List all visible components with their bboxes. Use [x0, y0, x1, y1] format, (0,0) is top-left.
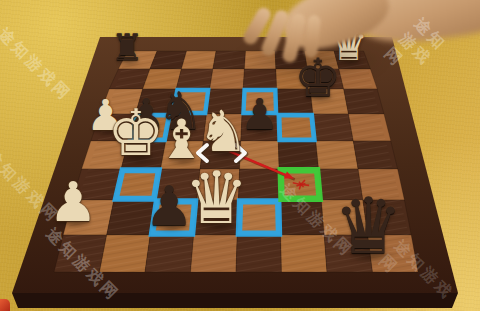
- white-queen-d2[interactable]: ♛: [184, 162, 249, 234]
- corner-logo-fragment: [0, 299, 10, 311]
- white-king-b4[interactable]: ♚: [107, 102, 164, 166]
- black-rook-a8[interactable]: ♜: [111, 30, 144, 67]
- chess-3d-scene: ♜♛♚♞♟♟♟♚♝♞♟♛♟♛ 途知游戏网 途知游戏网途知游戏网途知游戏网途知游戏…: [0, 0, 480, 311]
- black-king-g6[interactable]: ♚: [294, 51, 341, 104]
- board-frame-front: [12, 293, 458, 308]
- hint-burst-icon: [301, 183, 306, 184]
- white-pawn-a2[interactable]: ♟: [48, 174, 97, 229]
- white-knight-d4[interactable]: ♞: [197, 103, 248, 160]
- black-queen-h1[interactable]: ♛: [333, 187, 403, 265]
